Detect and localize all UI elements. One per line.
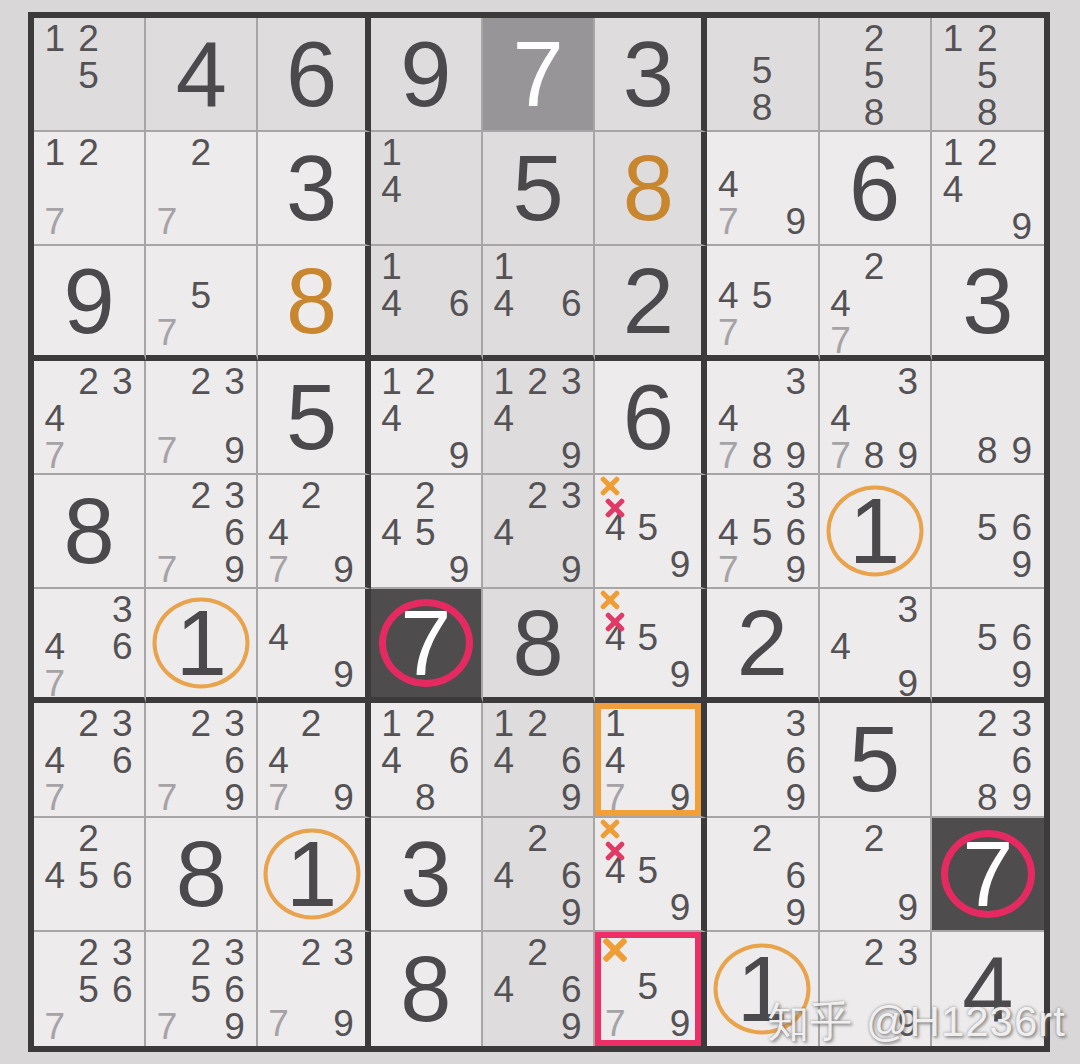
candidate-2: 2: [857, 248, 891, 285]
candidate-9: 9: [327, 779, 359, 816]
candidates: 23689: [936, 705, 1039, 811]
candidate-2: 2: [72, 705, 106, 742]
cell-r5c5[interactable]: 2349: [483, 475, 595, 589]
candidates: 345679: [711, 477, 812, 583]
candidates: 2459: [375, 477, 476, 583]
orange-circle: [826, 485, 923, 576]
candidate-7: 7: [150, 551, 184, 588]
candidate-8: 8: [970, 432, 1004, 469]
candidate-8: 8: [857, 94, 891, 131]
candidate-4: 4: [38, 857, 72, 894]
cell-r7c5[interactable]: 12469: [483, 703, 595, 817]
cell-r3c1[interactable]: 9: [34, 246, 146, 360]
cell-r3c7[interactable]: 457: [707, 246, 819, 360]
candidate-5: 5: [970, 619, 1004, 656]
candidate-9: 9: [664, 779, 696, 816]
cell-r9c3[interactable]: 2379: [258, 932, 370, 1046]
candidate-6: 6: [1005, 742, 1039, 779]
candidates: 57: [150, 248, 251, 350]
cell-r1c1[interactable]: 125: [34, 18, 146, 132]
candidate-4: 4: [487, 742, 521, 779]
candidate-3: 3: [327, 934, 359, 971]
candidate-6: 6: [105, 857, 139, 894]
cell-r7c4[interactable]: 12468: [371, 703, 483, 817]
cell-r1c2[interactable]: 4: [146, 18, 258, 132]
candidate-4: 4: [711, 166, 745, 203]
candidates: 49: [262, 591, 359, 693]
candidate-6: 6: [218, 514, 252, 551]
candidates: 146: [375, 248, 476, 350]
cell-r7c8[interactable]: 5: [820, 703, 932, 817]
candidate-9: 9: [218, 779, 252, 816]
candidates: 27: [150, 134, 251, 240]
candidate-8: 8: [408, 779, 442, 816]
candidate-2: 2: [72, 934, 106, 971]
candidates: 23467: [38, 705, 139, 811]
value: 2: [707, 589, 817, 697]
candidate-2: 2: [408, 705, 442, 742]
cell-r4c7[interactable]: 34789: [707, 361, 819, 475]
value: 4: [146, 18, 256, 130]
orange-circle: [153, 598, 250, 689]
cell-r1c6[interactable]: 3: [595, 18, 707, 132]
candidates: 23679: [150, 477, 251, 583]
cell-r1c8[interactable]: 258: [820, 18, 932, 132]
candidates: 2349: [487, 477, 588, 583]
value: 5: [483, 132, 593, 244]
cell-r9c5[interactable]: 2469: [483, 932, 595, 1046]
cell-r2c2[interactable]: 27: [146, 132, 258, 246]
candidate-9: 9: [1005, 208, 1039, 245]
candidate-1: 1: [375, 248, 409, 285]
candidate-6: 6: [105, 742, 139, 779]
candidate-4: 4: [262, 742, 294, 779]
candidate-2: 2: [970, 134, 1004, 171]
cell-r6c8[interactable]: 349: [820, 589, 932, 703]
candidate-9: 9: [779, 894, 813, 931]
candidates: 2379: [262, 934, 359, 1042]
candidate-3: 3: [105, 705, 139, 742]
cell-r5c4[interactable]: 2459: [371, 475, 483, 589]
candidate-8: 8: [857, 437, 891, 474]
candidate-4: 4: [487, 514, 521, 551]
candidate-2: 2: [295, 477, 327, 514]
x-mark-orange: [600, 819, 620, 839]
candidate-8: 8: [745, 437, 779, 474]
candidate-4: 4: [262, 514, 294, 551]
cell-r1c5[interactable]: 7: [483, 18, 595, 132]
candidate-4: 4: [936, 171, 970, 208]
candidate-9: 9: [218, 432, 252, 469]
value: 9: [34, 246, 144, 354]
value: 6: [258, 18, 364, 130]
candidate-5: 5: [184, 277, 218, 314]
candidates: 58: [711, 20, 812, 126]
cell-r4c8[interactable]: 34789: [820, 361, 932, 475]
candidate-9: 9: [664, 656, 696, 693]
candidate-5: 5: [970, 57, 1004, 94]
candidate-9: 9: [664, 889, 696, 926]
candidate-4: 4: [38, 400, 72, 437]
value: 8: [483, 589, 593, 697]
cell-r4c2[interactable]: 2379: [146, 361, 258, 475]
cell-r7c6[interactable]: 1479: [595, 703, 707, 817]
candidates: 369: [711, 705, 812, 811]
cell-r9c1[interactable]: 23567: [34, 932, 146, 1046]
candidate-2: 2: [72, 20, 106, 57]
candidate-9: 9: [554, 779, 588, 816]
candidates: 457: [711, 248, 812, 350]
candidate-9: 9: [779, 203, 813, 240]
orange-circle: [263, 828, 360, 919]
cell-r6c4[interactable]: 7: [371, 589, 483, 703]
candidate-3: 3: [105, 363, 139, 400]
candidate-6: 6: [1005, 509, 1039, 546]
candidate-9: 9: [442, 437, 476, 474]
cell-r5c8[interactable]: 1: [820, 475, 932, 589]
cell-r9c2[interactable]: 235679: [146, 932, 258, 1046]
cell-r8c8[interactable]: 29: [820, 818, 932, 932]
cell-r1c4[interactable]: 9: [371, 18, 483, 132]
candidates: 12469: [487, 705, 588, 811]
cell-r6c9[interactable]: 569: [932, 589, 1044, 703]
candidate-7: 7: [38, 203, 72, 240]
candidate-4: 4: [711, 277, 745, 314]
cell-r6c5[interactable]: 8: [483, 589, 595, 703]
candidates: 2456: [38, 820, 139, 926]
candidate-7: 7: [38, 437, 72, 474]
cell-r2c1[interactable]: 127: [34, 132, 146, 246]
cell-r6c6[interactable]: 459: [595, 589, 707, 703]
candidates: 569: [936, 477, 1039, 583]
cell-r8c7[interactable]: 269: [707, 818, 819, 932]
cell-r8c4[interactable]: 3: [371, 818, 483, 932]
cell-r9c6[interactable]: 579: [595, 932, 707, 1046]
candidate-5: 5: [745, 277, 779, 314]
candidate-1: 1: [599, 705, 631, 742]
candidate-4: 4: [824, 285, 858, 322]
candidate-6: 6: [218, 971, 252, 1008]
cell-r8c3[interactable]: 1: [258, 818, 370, 932]
cell-r4c1[interactable]: 2347: [34, 361, 146, 475]
candidate-1: 1: [38, 20, 72, 57]
cell-r4c6[interactable]: 6: [595, 361, 707, 475]
candidate-4: 4: [487, 400, 521, 437]
candidate-5: 5: [408, 514, 442, 551]
candidate-7: 7: [150, 432, 184, 469]
cell-r8c9[interactable]: 7: [932, 818, 1044, 932]
pink-circle: [379, 599, 473, 687]
value: 5: [820, 703, 930, 815]
candidate-2: 2: [857, 820, 891, 857]
x-mark-pink: [605, 612, 625, 632]
candidate-6: 6: [1005, 619, 1039, 656]
cell-r7c3[interactable]: 2479: [258, 703, 370, 817]
cell-r1c7[interactable]: 58: [707, 18, 819, 132]
candidates: 2479: [262, 477, 359, 583]
candidate-9: 9: [554, 1008, 588, 1045]
candidates: 479: [711, 134, 812, 240]
candidate-4: 4: [375, 400, 409, 437]
candidate-4: 4: [375, 742, 409, 779]
candidate-3: 3: [891, 934, 925, 971]
candidate-2: 2: [72, 134, 106, 171]
cell-r4c4[interactable]: 1249: [371, 361, 483, 475]
candidate-9: 9: [891, 889, 925, 926]
candidate-4: 4: [38, 742, 72, 779]
candidate-9: 9: [327, 656, 359, 693]
watermark: 知乎 @H1236rt: [767, 994, 1066, 1050]
candidate-4: 4: [375, 514, 409, 551]
candidate-2: 2: [521, 705, 555, 742]
cell-r5c7[interactable]: 345679: [707, 475, 819, 589]
cell-r8c5[interactable]: 2469: [483, 818, 595, 932]
candidate-9: 9: [218, 1008, 252, 1045]
candidates: 269: [711, 820, 812, 926]
candidate-6: 6: [105, 971, 139, 1008]
cell-r6c7[interactable]: 2: [707, 589, 819, 703]
candidate-2: 2: [408, 477, 442, 514]
candidate-1: 1: [375, 363, 409, 400]
candidate-2: 2: [72, 363, 106, 400]
cell-r2c7[interactable]: 479: [707, 132, 819, 246]
candidate-2: 2: [295, 934, 327, 971]
candidate-2: 2: [184, 134, 218, 171]
candidate-5: 5: [632, 509, 664, 546]
candidate-1: 1: [936, 134, 970, 171]
x-mark-orange: [600, 476, 620, 496]
cell-r3c5[interactable]: 146: [483, 246, 595, 360]
candidates: 1258: [936, 20, 1039, 126]
candidate-6: 6: [442, 285, 476, 322]
candidate-9: 9: [442, 551, 476, 588]
cell-r3c8[interactable]: 247: [820, 246, 932, 360]
candidates: 146: [487, 248, 588, 350]
candidate-1: 1: [487, 705, 521, 742]
candidate-4: 4: [262, 619, 294, 656]
cell-r8c2[interactable]: 8: [146, 818, 258, 932]
cell-r7c9[interactable]: 23689: [932, 703, 1044, 817]
candidates: 258: [824, 20, 925, 126]
candidate-9: 9: [327, 551, 359, 588]
candidate-2: 2: [970, 705, 1004, 742]
cell-r6c1[interactable]: 3467: [34, 589, 146, 703]
candidate-3: 3: [779, 363, 813, 400]
candidate-5: 5: [184, 971, 218, 1008]
cell-r7c7[interactable]: 369: [707, 703, 819, 817]
value: 8: [34, 475, 144, 587]
candidate-1: 1: [38, 134, 72, 171]
candidate-2: 2: [72, 820, 106, 857]
candidates: 2379: [150, 363, 251, 469]
candidate-9: 9: [554, 894, 588, 931]
candidate-9: 9: [891, 437, 925, 474]
cell-r8c6[interactable]: 459: [595, 818, 707, 932]
candidate-3: 3: [779, 477, 813, 514]
x-mark-orange: [600, 590, 620, 610]
cell-r5c6[interactable]: 459: [595, 475, 707, 589]
candidate-3: 3: [105, 591, 139, 628]
candidate-2: 2: [184, 363, 218, 400]
candidate-1: 1: [375, 134, 409, 171]
candidate-2: 2: [521, 477, 555, 514]
value: 7: [483, 18, 593, 130]
candidate-6: 6: [105, 628, 139, 665]
candidate-4: 4: [711, 400, 745, 437]
x-mark-pink: [605, 841, 625, 861]
candidate-9: 9: [1005, 779, 1039, 816]
candidate-2: 2: [857, 20, 891, 57]
candidate-6: 6: [779, 514, 813, 551]
candidate-6: 6: [779, 857, 813, 894]
cell-r1c3[interactable]: 6: [258, 18, 370, 132]
value: 8: [258, 246, 364, 354]
candidate-3: 3: [554, 363, 588, 400]
value: 6: [820, 132, 930, 244]
candidate-9: 9: [664, 546, 696, 583]
candidate-7: 7: [262, 551, 294, 588]
candidates: 29: [824, 820, 925, 926]
candidate-7: 7: [150, 1008, 184, 1045]
candidate-4: 4: [487, 857, 521, 894]
cell-r2c8[interactable]: 6: [820, 132, 932, 246]
cell-r8c1[interactable]: 2456: [34, 818, 146, 932]
cell-r7c1[interactable]: 23467: [34, 703, 146, 817]
candidate-9: 9: [1005, 432, 1039, 469]
candidate-6: 6: [554, 742, 588, 779]
candidate-5: 5: [970, 509, 1004, 546]
candidate-4: 4: [38, 628, 72, 665]
candidate-2: 2: [184, 934, 218, 971]
candidate-8: 8: [745, 89, 779, 126]
cell-r6c3[interactable]: 49: [258, 589, 370, 703]
cell-r5c3[interactable]: 2479: [258, 475, 370, 589]
cell-r7c2[interactable]: 23679: [146, 703, 258, 817]
candidate-4: 4: [375, 171, 409, 208]
cell-r2c6[interactable]: 8: [595, 132, 707, 246]
candidate-7: 7: [824, 437, 858, 474]
candidate-2: 2: [745, 820, 779, 857]
value: 3: [371, 818, 481, 930]
candidate-9: 9: [779, 551, 813, 588]
candidate-9: 9: [554, 437, 588, 474]
candidate-6: 6: [554, 285, 588, 322]
candidate-3: 3: [218, 934, 252, 971]
candidates: 235679: [150, 934, 251, 1042]
candidate-7: 7: [150, 314, 184, 351]
candidates: 3467: [38, 591, 139, 693]
cell-r3c6[interactable]: 2: [595, 246, 707, 360]
candidate-9: 9: [1005, 656, 1039, 693]
cell-r2c3[interactable]: 3: [258, 132, 370, 246]
candidates: 569: [936, 591, 1039, 693]
candidate-7: 7: [262, 779, 294, 816]
candidates: 127: [38, 134, 139, 240]
value: 3: [932, 246, 1044, 354]
cell-r1c9[interactable]: 1258: [932, 18, 1044, 132]
value: 8: [146, 818, 256, 930]
candidate-5: 5: [857, 57, 891, 94]
x-mark-orange: [602, 937, 628, 963]
value: 3: [595, 18, 701, 130]
pink-circle: [941, 830, 1035, 918]
candidate-7: 7: [150, 203, 184, 240]
candidate-5: 5: [632, 619, 664, 656]
value: 2: [595, 246, 701, 354]
candidate-8: 8: [970, 779, 1004, 816]
cell-r5c2[interactable]: 23679: [146, 475, 258, 589]
candidate-9: 9: [664, 1005, 696, 1042]
cell-r2c4[interactable]: 14: [371, 132, 483, 246]
candidates: 12349: [487, 363, 588, 469]
candidates: 23567: [38, 934, 139, 1042]
candidate-2: 2: [521, 934, 555, 971]
candidate-9: 9: [327, 1005, 359, 1042]
candidates: 1479: [599, 705, 696, 811]
cell-r5c9[interactable]: 569: [932, 475, 1044, 589]
cell-r4c3[interactable]: 5: [258, 361, 370, 475]
candidate-9: 9: [779, 437, 813, 474]
candidate-5: 5: [745, 514, 779, 551]
candidate-3: 3: [891, 591, 925, 628]
candidates: 1249: [936, 134, 1039, 240]
candidates: 34789: [711, 363, 812, 469]
value: 9: [371, 18, 481, 130]
cell-r4c9[interactable]: 89: [932, 361, 1044, 475]
cell-r3c2[interactable]: 57: [146, 246, 258, 360]
cell-r9c4[interactable]: 8: [371, 932, 483, 1046]
cell-r5c1[interactable]: 8: [34, 475, 146, 589]
candidate-4: 4: [824, 400, 858, 437]
cell-r3c3[interactable]: 8: [258, 246, 370, 360]
candidate-6: 6: [554, 971, 588, 1008]
candidate-6: 6: [554, 857, 588, 894]
candidate-7: 7: [599, 1005, 631, 1042]
cell-r6c2[interactable]: 1: [146, 589, 258, 703]
candidate-3: 3: [218, 477, 252, 514]
candidate-5: 5: [72, 857, 106, 894]
candidate-7: 7: [150, 779, 184, 816]
candidate-2: 2: [521, 820, 555, 857]
candidate-2: 2: [184, 477, 218, 514]
candidate-4: 4: [599, 742, 631, 779]
cell-r3c4[interactable]: 146: [371, 246, 483, 360]
candidate-7: 7: [262, 1005, 294, 1042]
candidate-3: 3: [218, 705, 252, 742]
candidate-5: 5: [72, 57, 106, 94]
cell-r3c9[interactable]: 3: [932, 246, 1044, 360]
candidate-7: 7: [38, 1008, 72, 1045]
cell-r2c9[interactable]: 1249: [932, 132, 1044, 246]
candidates: 2469: [487, 820, 588, 926]
cell-r2c5[interactable]: 5: [483, 132, 595, 246]
candidate-1: 1: [487, 248, 521, 285]
cell-r4c5[interactable]: 12349: [483, 361, 595, 475]
candidate-2: 2: [408, 363, 442, 400]
candidate-5: 5: [632, 852, 664, 889]
candidate-5: 5: [745, 52, 779, 89]
candidate-3: 3: [218, 363, 252, 400]
sudoku-board: 1254697358258125812727314584796124995781…: [28, 12, 1050, 1052]
candidates: 349: [824, 591, 925, 693]
candidate-7: 7: [599, 779, 631, 816]
candidate-1: 1: [375, 705, 409, 742]
candidates: 125: [38, 20, 139, 126]
candidate-4: 4: [824, 628, 858, 665]
candidates: 34789: [824, 363, 925, 469]
candidate-1: 1: [936, 20, 970, 57]
candidate-9: 9: [779, 779, 813, 816]
